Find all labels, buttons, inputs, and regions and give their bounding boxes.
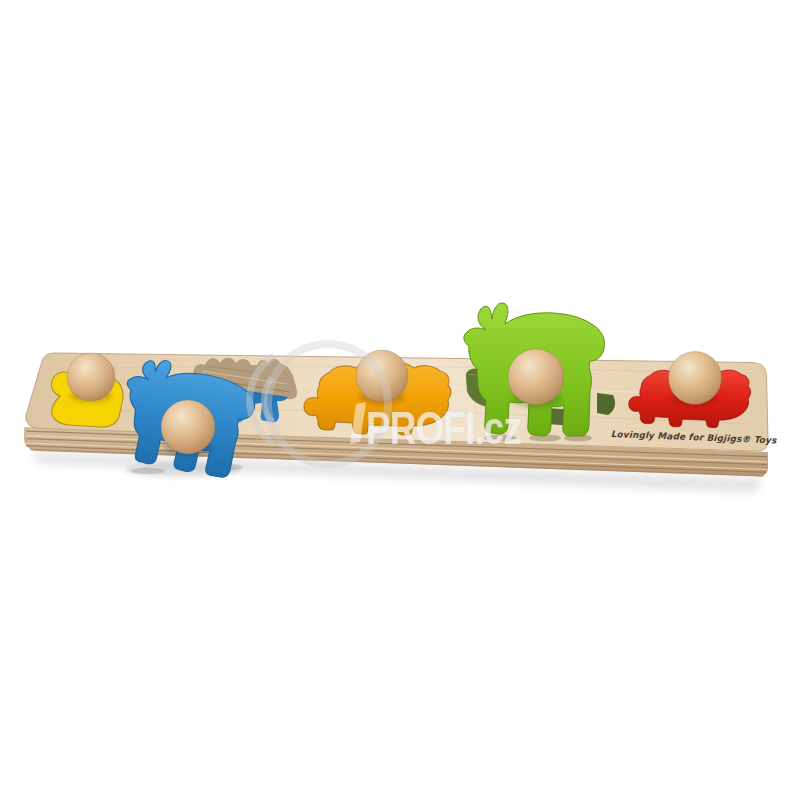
- puzzle-photo-svg: [0, 0, 800, 800]
- wooden-knob: [669, 352, 722, 405]
- watermark-text: PROFI.cz: [366, 401, 521, 455]
- foot-shadow: [131, 468, 165, 474]
- wooden-knob: [161, 400, 215, 454]
- wooden-knob: [508, 349, 564, 405]
- wooden-knob: [67, 353, 115, 401]
- product-photo-scene: Lovingly Made for Bigjigs® Toys PROFI.cz: [0, 0, 800, 800]
